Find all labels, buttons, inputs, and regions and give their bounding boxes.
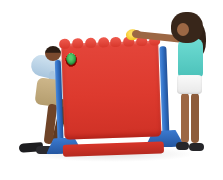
girl-face — [177, 23, 189, 36]
top-rail-bump — [85, 38, 96, 48]
board-grid — [64, 50, 158, 133]
girl-sandal-right — [189, 143, 204, 151]
top-rail-bump — [72, 38, 83, 48]
top-rail-bump — [110, 37, 121, 47]
giant-connect-four-set — [42, 26, 189, 165]
top-rail-bump — [59, 39, 70, 49]
girl-leg-right — [191, 93, 199, 143]
girl-tank-top — [178, 38, 203, 77]
cell-r6c7 — [64, 52, 77, 66]
connect-four-board — [61, 40, 161, 139]
girl-sandal-left — [176, 142, 189, 150]
product-photo-scene — [0, 0, 223, 180]
girl-hand — [132, 30, 141, 38]
girl-shorts — [177, 75, 202, 94]
top-rail-bump — [98, 37, 109, 47]
girl-leg-left — [181, 93, 189, 143]
green-disc — [67, 53, 76, 64]
board-bottom-rail — [63, 141, 164, 157]
